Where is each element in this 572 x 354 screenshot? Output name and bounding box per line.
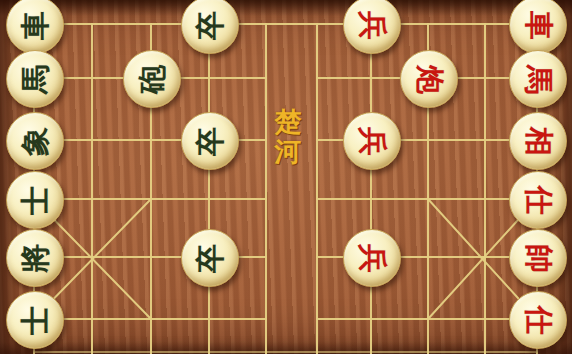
red-elephant[interactable]: 相 [509,112,567,170]
piece-character: 士 [21,186,50,215]
piece-character: 相 [524,127,553,156]
piece-character: 兵 [358,11,387,40]
black-advisor[interactable]: 士 [6,291,64,349]
black-cannon[interactable]: 砲 [123,50,181,108]
black-horse[interactable]: 馬 [6,50,64,108]
piece-character: 車 [524,11,553,40]
piece-character: 兵 [358,127,387,156]
piece-character: 卒 [196,244,225,273]
xiangqi-board: 楚 河 車馬象士將士砲卒卒卒車馬相仕帥仕炮兵兵兵 [0,0,572,354]
black-soldier[interactable]: 卒 [181,112,239,170]
black-advisor[interactable]: 士 [6,171,64,229]
red-horse[interactable]: 馬 [509,50,567,108]
black-soldier[interactable]: 卒 [181,229,239,287]
piece-character: 象 [21,127,50,156]
piece-character: 炮 [415,65,444,94]
piece-character: 砲 [138,65,167,94]
river-label: 楚 河 [270,108,306,167]
piece-character: 馬 [21,65,50,94]
piece-character: 仕 [524,306,553,335]
red-soldier[interactable]: 兵 [343,229,401,287]
piece-character: 仕 [524,186,553,215]
photo-stage: 楚 河 車馬象士將士砲卒卒卒車馬相仕帥仕炮兵兵兵 [0,0,572,354]
piece-character: 帥 [524,244,553,273]
piece-character: 卒 [196,11,225,40]
board-grid [0,0,572,354]
red-soldier[interactable]: 兵 [343,112,401,170]
red-advisor[interactable]: 仕 [509,291,567,349]
river-char-he: 河 [275,138,302,166]
black-general[interactable]: 將 [6,229,64,287]
piece-character: 士 [21,306,50,335]
piece-character: 兵 [358,244,387,273]
red-general[interactable]: 帥 [509,229,567,287]
black-elephant[interactable]: 象 [6,112,64,170]
piece-character: 將 [21,244,50,273]
red-advisor[interactable]: 仕 [509,171,567,229]
piece-character: 卒 [196,127,225,156]
piece-character: 車 [21,11,50,40]
piece-character: 馬 [524,65,553,94]
red-cannon[interactable]: 炮 [400,50,458,108]
river-char-chu: 楚 [275,108,302,136]
